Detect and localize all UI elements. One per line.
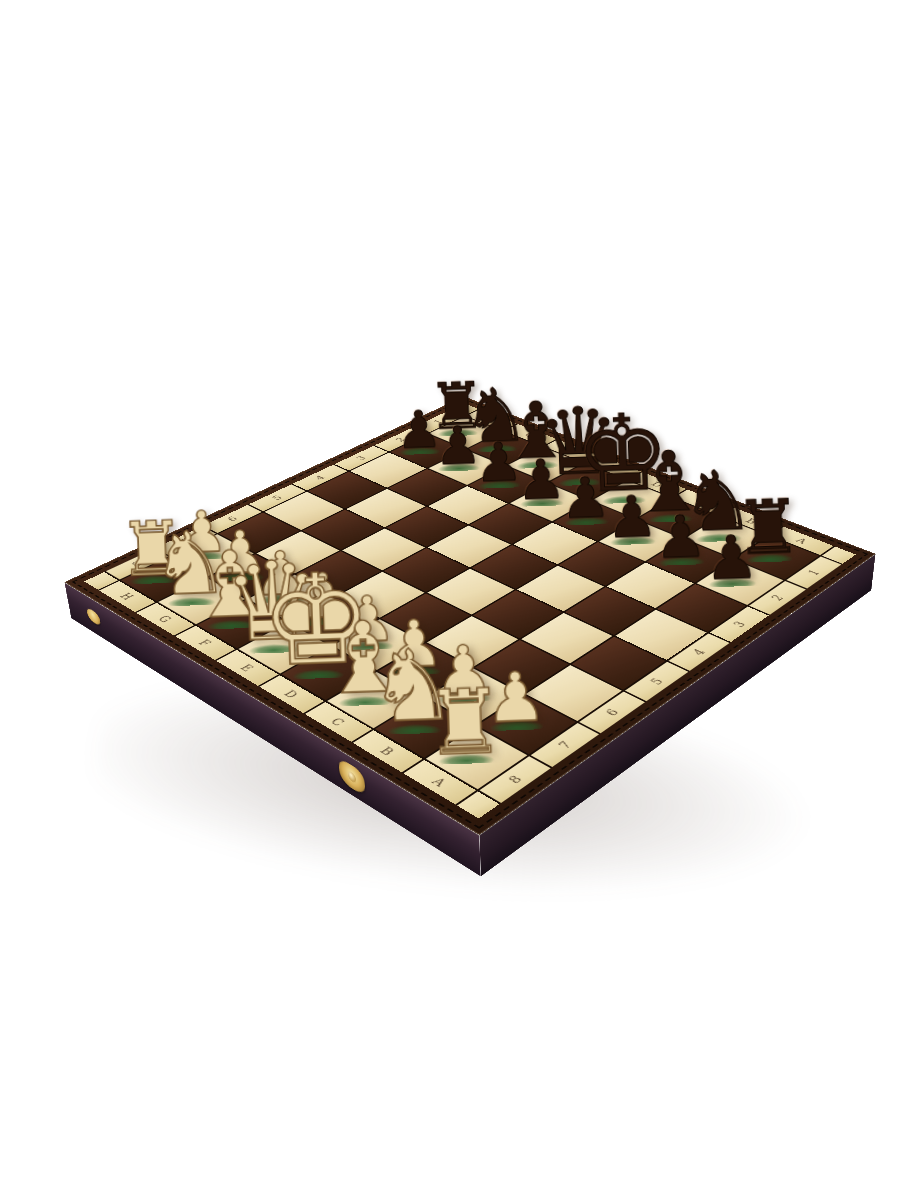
green-felt-base <box>603 495 646 507</box>
green-felt-base <box>168 596 216 609</box>
green-felt-base <box>344 640 394 654</box>
folding-chess-box: HGFEDCBA1♜♞♝♛♚♝♞♜12♟♟♟♟♟♟♟♟2334455667♟♟♟… <box>64 396 875 835</box>
green-felt-base <box>387 723 441 738</box>
green-felt-base <box>517 460 559 471</box>
square-f5 <box>342 528 425 570</box>
green-felt-base <box>438 463 480 474</box>
green-felt-base <box>180 551 225 563</box>
green-felt-base <box>658 556 705 569</box>
green-felt-base <box>339 695 392 709</box>
square-a1: ♜ <box>734 536 819 579</box>
green-felt-base <box>648 513 692 525</box>
green-felt-base <box>520 498 563 510</box>
green-felt-base <box>300 616 349 629</box>
green-felt-base <box>439 753 495 768</box>
green-felt-base <box>478 480 521 492</box>
green-felt-base <box>439 692 492 706</box>
green-felt-base <box>130 575 177 588</box>
green-felt-base <box>207 619 256 632</box>
green-felt-base <box>293 669 344 683</box>
brass-clasp-icon <box>338 757 366 797</box>
green-felt-base <box>390 665 441 679</box>
green-felt-base <box>559 477 602 489</box>
green-felt-base <box>564 516 608 528</box>
green-felt-base <box>258 593 306 606</box>
board-grid: HGFEDCBA1♜♞♝♛♚♝♞♜12♟♟♟♟♟♟♟♟2334455667♟♟♟… <box>84 403 856 818</box>
green-felt-base <box>218 572 265 585</box>
brass-hinge-icon <box>86 607 101 628</box>
green-felt-base <box>249 643 299 657</box>
green-felt-base <box>709 578 757 591</box>
green-felt-base <box>399 447 440 458</box>
green-felt-base <box>610 536 655 548</box>
green-felt-base <box>490 720 544 735</box>
chess-set-scene: HGFEDCBA1♜♞♝♛♚♝♞♜12♟♟♟♟♟♟♟♟2334455667♟♟♟… <box>0 0 900 1200</box>
product-photo-page: HGFEDCBA1♜♞♝♛♚♝♞♜12♟♟♟♟♟♟♟♟2334455667♟♟♟… <box>0 0 900 1200</box>
border-corner <box>84 572 118 590</box>
green-felt-base <box>746 553 793 566</box>
green-felt-base <box>477 444 518 455</box>
board-surface: HGFEDCBA1♜♞♝♛♚♝♞♜12♟♟♟♟♟♟♟♟2334455667♟♟♟… <box>64 396 875 835</box>
green-felt-base <box>696 533 741 545</box>
green-felt-base <box>438 428 478 439</box>
square-f6 <box>296 551 381 595</box>
